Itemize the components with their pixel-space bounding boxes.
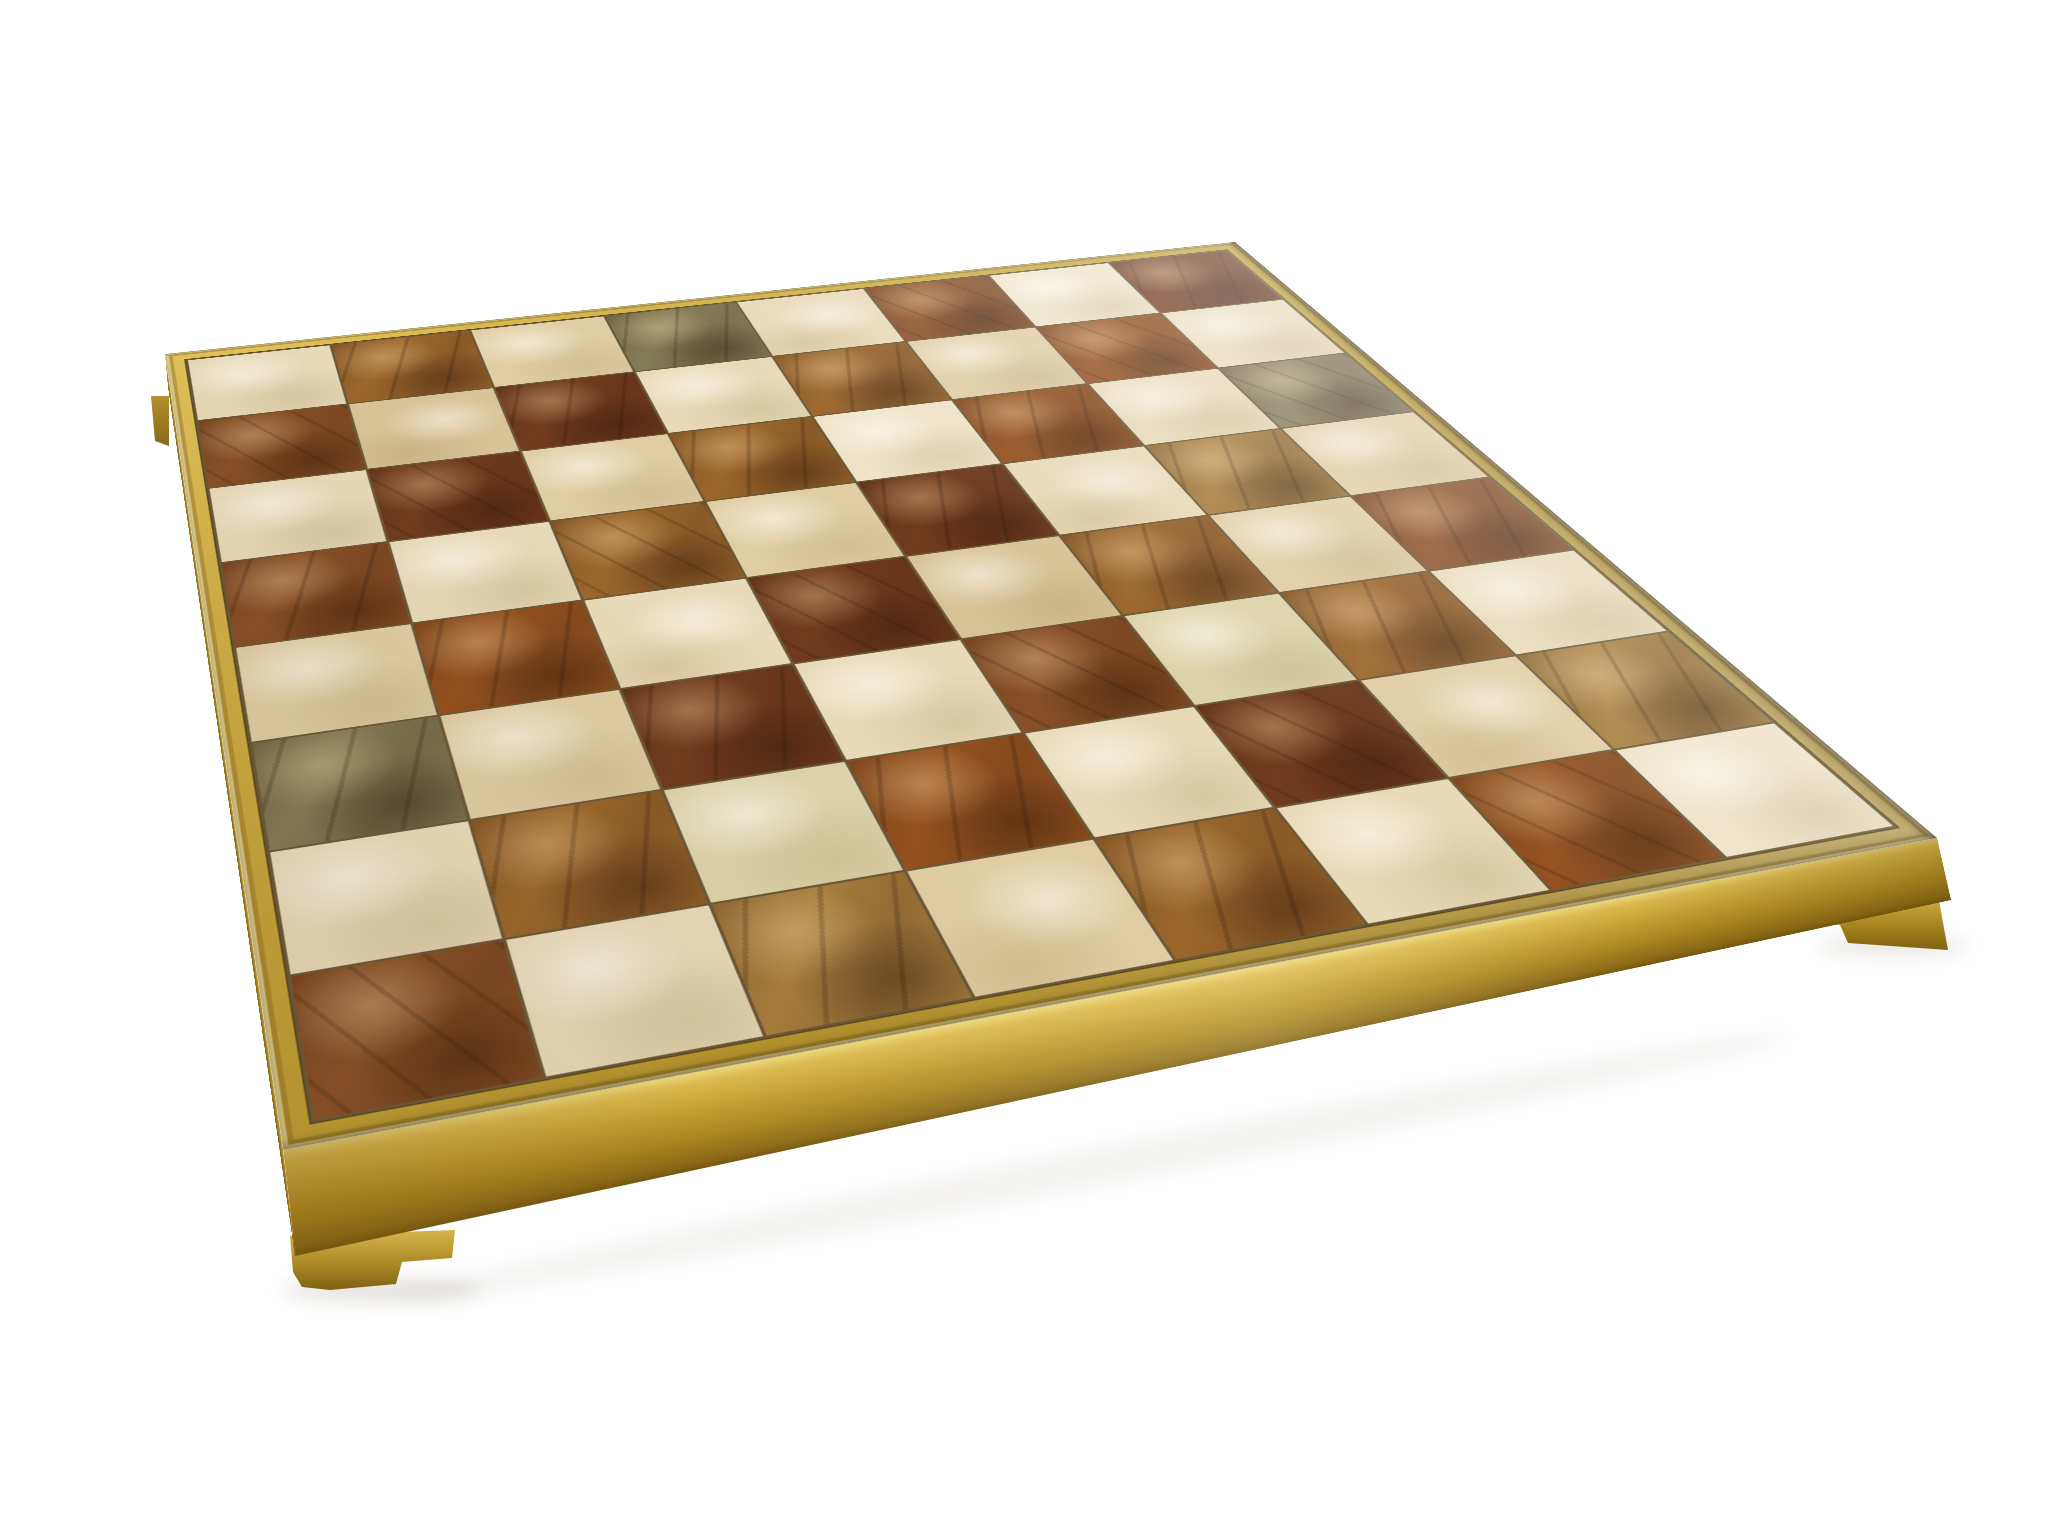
board-grid [184,249,1900,1124]
product-photo: Product photograph of an empty vintage c… [0,0,2048,1536]
brass-foot-rear-left [150,394,170,448]
